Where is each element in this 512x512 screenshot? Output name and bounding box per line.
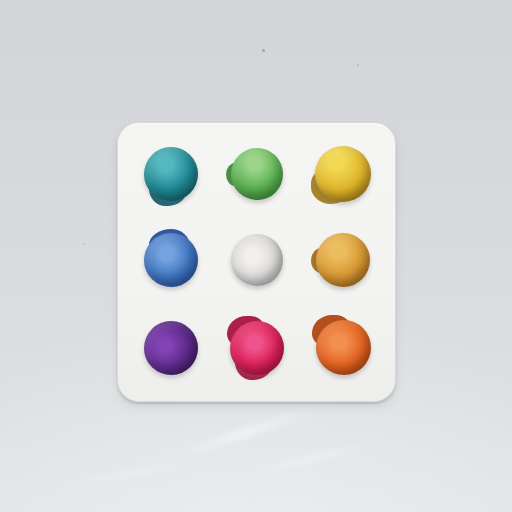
pan-cell-r2c2 [214,217,300,303]
paint-pan-gold [316,233,370,287]
pan-area-silver [231,234,283,286]
paint-pan-pink [230,321,284,375]
pan-area-green [231,148,283,200]
pan-area-teal [144,147,198,201]
surface-reflection [60,458,199,489]
pan-cell-r2c3 [300,217,386,303]
pan-cell-r1c1 [128,131,214,217]
surface-reflection [251,441,369,478]
palette-tray [117,122,396,402]
pan-cell-r1c2 [214,131,300,217]
paint-pan-blue [144,233,198,287]
pan-cell-r3c3 [300,303,386,392]
pan-area-orange [316,320,371,375]
paint-pan-purple [144,321,198,375]
paint-pan-yellow [315,146,371,202]
paint-pan-orange [316,320,371,375]
dust-speck [83,243,85,245]
pan-cell-r3c1 [128,303,214,392]
dust-speck [262,49,265,52]
photo-background [0,0,512,512]
pan-area-pink [230,321,284,375]
paint-pan-silver [231,234,283,286]
pan-area-yellow [315,146,371,202]
dust-speck [357,64,359,66]
pan-area-purple [144,321,198,375]
pan-cell-r3c2 [214,303,300,392]
paint-pan-grid [118,123,395,401]
pan-area-blue [144,233,198,287]
paint-pan-teal [144,147,198,201]
pan-cell-r2c1 [128,217,214,303]
paint-pan-green [231,148,283,200]
surface-reflection [172,405,318,461]
pan-area-gold [316,233,370,287]
pan-cell-r1c3 [300,131,386,217]
